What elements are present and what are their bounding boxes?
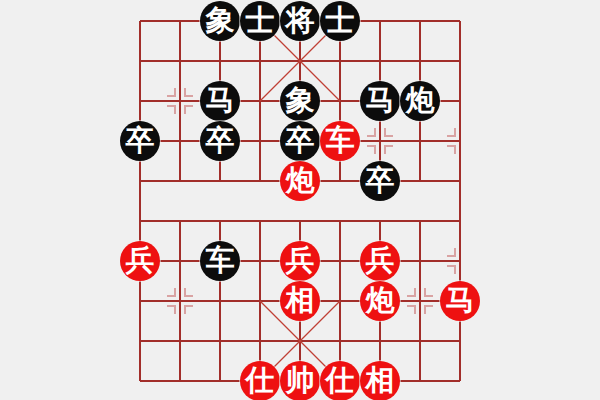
piece-glyph: 车 — [206, 246, 235, 275]
piece-glyph: 卒 — [286, 126, 315, 155]
piece-glyph: 兵 — [366, 246, 395, 275]
piece-glyph: 相 — [366, 366, 395, 395]
red-pawn[interactable]: 兵 — [120, 241, 160, 281]
piece-glyph: 马 — [366, 86, 395, 115]
black-elephant[interactable]: 象 — [200, 1, 240, 41]
black-horse[interactable]: 马 — [360, 81, 400, 121]
black-pawn[interactable]: 卒 — [280, 121, 320, 161]
black-elephant[interactable]: 象 — [280, 81, 320, 121]
black-pawn[interactable]: 卒 — [120, 121, 160, 161]
piece-glyph: 卒 — [366, 166, 395, 195]
piece-glyph: 仕 — [246, 366, 275, 395]
red-cannon[interactable]: 炮 — [360, 281, 400, 321]
red-elephant[interactable]: 相 — [360, 361, 400, 400]
piece-glyph: 将 — [286, 6, 315, 35]
red-horse[interactable]: 马 — [440, 281, 480, 321]
piece-glyph: 马 — [446, 286, 475, 315]
red-elephant[interactable]: 相 — [280, 281, 320, 321]
black-king[interactable]: 将 — [280, 1, 320, 41]
piece-glyph: 士 — [326, 6, 355, 35]
piece-glyph: 炮 — [366, 286, 395, 315]
red-advisor[interactable]: 仕 — [240, 361, 280, 400]
piece-glyph: 士 — [246, 6, 275, 35]
red-pawn[interactable]: 兵 — [280, 241, 320, 281]
piece-glyph: 仕 — [326, 366, 355, 395]
black-chariot[interactable]: 车 — [200, 241, 240, 281]
red-advisor[interactable]: 仕 — [320, 361, 360, 400]
piece-glyph: 卒 — [126, 126, 155, 155]
piece-glyph: 象 — [286, 86, 315, 115]
piece-glyph: 卒 — [206, 126, 235, 155]
piece-glyph: 车 — [326, 126, 355, 155]
piece-glyph: 炮 — [406, 86, 435, 115]
piece-glyph: 兵 — [126, 246, 155, 275]
piece-glyph: 兵 — [286, 246, 315, 275]
black-cannon[interactable]: 炮 — [400, 81, 440, 121]
piece-glyph: 马 — [206, 86, 235, 115]
piece-glyph: 帅 — [286, 366, 315, 395]
black-horse[interactable]: 马 — [200, 81, 240, 121]
xiangqi-board[interactable]: 象士将士马象马炮卒卒卒车炮卒兵车兵兵相炮马仕帅仕相 — [120, 1, 480, 400]
black-advisor[interactable]: 士 — [240, 1, 280, 41]
piece-glyph: 象 — [206, 6, 235, 35]
piece-glyph: 炮 — [286, 166, 315, 195]
black-pawn[interactable]: 卒 — [360, 161, 400, 201]
piece-glyph: 相 — [286, 286, 315, 315]
red-chariot[interactable]: 车 — [320, 121, 360, 161]
pieces-layer: 象士将士马象马炮卒卒卒车炮卒兵车兵兵相炮马仕帅仕相 — [120, 1, 480, 400]
red-king[interactable]: 帅 — [280, 361, 320, 400]
xiangqi-app: 象士将士马象马炮卒卒卒车炮卒兵车兵兵相炮马仕帅仕相 — [0, 0, 600, 400]
red-pawn[interactable]: 兵 — [360, 241, 400, 281]
black-pawn[interactable]: 卒 — [200, 121, 240, 161]
black-advisor[interactable]: 士 — [320, 1, 360, 41]
red-cannon[interactable]: 炮 — [280, 161, 320, 201]
